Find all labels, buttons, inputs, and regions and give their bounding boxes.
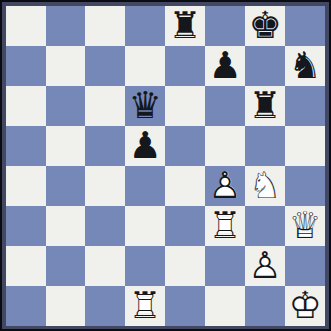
square-d5[interactable]: ♟♟ — [125, 126, 165, 166]
piece-white-knight[interactable]: ♞♘ — [245, 166, 285, 206]
square-d3[interactable] — [125, 206, 165, 246]
square-b7[interactable] — [46, 46, 86, 86]
piece-black-pawn[interactable]: ♟♟ — [205, 46, 245, 86]
square-a3[interactable] — [6, 206, 46, 246]
square-b1[interactable] — [46, 286, 86, 326]
piece-black-king[interactable]: ♚♚ — [245, 6, 285, 46]
piece-white-rook[interactable]: ♜♖ — [205, 206, 245, 246]
square-a5[interactable] — [6, 126, 46, 166]
square-h7[interactable]: ♞♞ — [285, 46, 325, 86]
square-h4[interactable] — [285, 166, 325, 206]
square-g7[interactable] — [245, 46, 285, 86]
white-knight-glyph: ♘ — [245, 166, 285, 206]
square-c6[interactable] — [85, 86, 125, 126]
square-c7[interactable] — [85, 46, 125, 86]
piece-white-rook[interactable]: ♜♖ — [125, 286, 165, 326]
square-a7[interactable] — [6, 46, 46, 86]
piece-black-knight[interactable]: ♞♞ — [285, 46, 325, 86]
white-rook-glyph: ♖ — [205, 206, 245, 246]
white-rook-glyph: ♖ — [125, 286, 165, 326]
square-b5[interactable] — [46, 126, 86, 166]
piece-black-rook[interactable]: ♜♜ — [165, 6, 205, 46]
square-b2[interactable] — [46, 246, 86, 286]
square-f6[interactable] — [205, 86, 245, 126]
piece-white-pawn[interactable]: ♟♙ — [245, 246, 285, 286]
piece-white-king[interactable]: ♚♔ — [285, 286, 325, 326]
square-e6[interactable] — [165, 86, 205, 126]
square-g6[interactable]: ♜♜ — [245, 86, 285, 126]
square-a1[interactable] — [6, 286, 46, 326]
square-f5[interactable] — [205, 126, 245, 166]
square-d4[interactable] — [125, 166, 165, 206]
square-f7[interactable]: ♟♟ — [205, 46, 245, 86]
square-c2[interactable] — [85, 246, 125, 286]
black-pawn-glyph: ♟ — [125, 126, 165, 166]
black-rook-glyph: ♜ — [165, 6, 205, 46]
square-f1[interactable] — [205, 286, 245, 326]
square-b4[interactable] — [46, 166, 86, 206]
square-g2[interactable]: ♟♙ — [245, 246, 285, 286]
square-e2[interactable] — [165, 246, 205, 286]
square-b8[interactable] — [46, 6, 86, 46]
square-c3[interactable] — [85, 206, 125, 246]
square-h2[interactable] — [285, 246, 325, 286]
square-d8[interactable] — [125, 6, 165, 46]
chess-board: ♜♜♚♚♟♟♞♞♛♛♜♜♟♟♟♙♞♘♜♖♛♕♟♙♜♖♚♔ — [6, 6, 325, 325]
square-g5[interactable] — [245, 126, 285, 166]
square-f4[interactable]: ♟♙ — [205, 166, 245, 206]
square-d1[interactable]: ♜♖ — [125, 286, 165, 326]
square-f8[interactable] — [205, 6, 245, 46]
white-pawn-glyph: ♙ — [245, 246, 285, 286]
square-h5[interactable] — [285, 126, 325, 166]
square-h8[interactable] — [285, 6, 325, 46]
square-f3[interactable]: ♜♖ — [205, 206, 245, 246]
square-c5[interactable] — [85, 126, 125, 166]
square-e5[interactable] — [165, 126, 205, 166]
square-e4[interactable] — [165, 166, 205, 206]
chess-board-frame: ♜♜♚♚♟♟♞♞♛♛♜♜♟♟♟♙♞♘♜♖♛♕♟♙♜♖♚♔ — [0, 0, 331, 331]
square-g4[interactable]: ♞♘ — [245, 166, 285, 206]
square-a2[interactable] — [6, 246, 46, 286]
square-h6[interactable] — [285, 86, 325, 126]
square-g1[interactable] — [245, 286, 285, 326]
black-rook-glyph: ♜ — [245, 86, 285, 126]
piece-white-pawn[interactable]: ♟♙ — [205, 166, 245, 206]
square-a8[interactable] — [6, 6, 46, 46]
black-knight-glyph: ♞ — [285, 46, 325, 86]
square-c4[interactable] — [85, 166, 125, 206]
piece-black-pawn[interactable]: ♟♟ — [125, 126, 165, 166]
piece-white-queen[interactable]: ♛♕ — [285, 206, 325, 246]
square-g3[interactable] — [245, 206, 285, 246]
piece-black-queen[interactable]: ♛♛ — [125, 86, 165, 126]
square-d6[interactable]: ♛♛ — [125, 86, 165, 126]
square-h3[interactable]: ♛♕ — [285, 206, 325, 246]
black-king-glyph: ♚ — [245, 6, 285, 46]
square-h1[interactable]: ♚♔ — [285, 286, 325, 326]
square-e3[interactable] — [165, 206, 205, 246]
square-d7[interactable] — [125, 46, 165, 86]
square-e1[interactable] — [165, 286, 205, 326]
square-c1[interactable] — [85, 286, 125, 326]
square-c8[interactable] — [85, 6, 125, 46]
square-d2[interactable] — [125, 246, 165, 286]
square-b3[interactable] — [46, 206, 86, 246]
square-a4[interactable] — [6, 166, 46, 206]
white-king-glyph: ♔ — [285, 286, 325, 326]
white-queen-glyph: ♕ — [285, 206, 325, 246]
square-a6[interactable] — [6, 86, 46, 126]
white-pawn-glyph: ♙ — [205, 166, 245, 206]
black-pawn-glyph: ♟ — [205, 46, 245, 86]
square-e7[interactable] — [165, 46, 205, 86]
square-e8[interactable]: ♜♜ — [165, 6, 205, 46]
square-g8[interactable]: ♚♚ — [245, 6, 285, 46]
square-f2[interactable] — [205, 246, 245, 286]
black-queen-glyph: ♛ — [125, 86, 165, 126]
piece-black-rook[interactable]: ♜♜ — [245, 86, 285, 126]
square-b6[interactable] — [46, 86, 86, 126]
